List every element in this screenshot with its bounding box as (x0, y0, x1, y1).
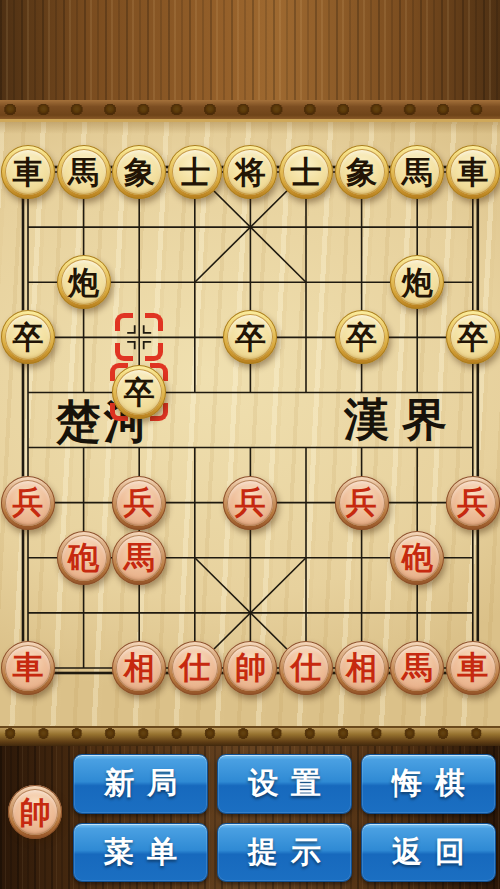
piece-red[interactable]: 相 (112, 641, 166, 695)
piece-red[interactable]: 仕 (279, 641, 333, 695)
menu-button[interactable]: 菜单 (73, 823, 208, 883)
back-button[interactable]: 返回 (361, 823, 496, 883)
piece-glyph: 砲 (390, 531, 444, 585)
piece-glyph: 兵 (446, 476, 500, 530)
piece-glyph: 砲 (57, 531, 111, 585)
piece-glyph: 相 (112, 641, 166, 695)
rivet-rail-bottom (0, 726, 500, 746)
xiangqi-game-screen: 楚河 漢界 車馬象士将士象馬車炮炮卒卒卒卒卒兵兵兵兵兵砲馬砲車相仕帥仕相馬車 帥… (0, 0, 500, 889)
piece-glyph: 帥 (223, 641, 277, 695)
piece-black[interactable]: 士 (279, 145, 333, 199)
piece-black[interactable]: 象 (112, 145, 166, 199)
piece-red[interactable]: 車 (1, 641, 55, 695)
piece-glyph: 卒 (1, 310, 55, 364)
piece-red[interactable]: 馬 (112, 531, 166, 585)
piece-black[interactable]: 車 (446, 145, 500, 199)
piece-black[interactable]: 馬 (57, 145, 111, 199)
piece-black[interactable]: 卒 (446, 310, 500, 364)
piece-glyph: 馬 (390, 641, 444, 695)
piece-glyph: 馬 (57, 145, 111, 199)
piece-black[interactable]: 将 (223, 145, 277, 199)
piece-black-selected[interactable]: 卒 (112, 365, 166, 419)
piece-red[interactable]: 砲 (57, 531, 111, 585)
piece-black[interactable]: 卒 (223, 310, 277, 364)
piece-glyph: 馬 (112, 531, 166, 585)
river-label-right: 漢界 (344, 398, 460, 443)
piece-glyph: 象 (335, 145, 389, 199)
piece-glyph: 相 (335, 641, 389, 695)
piece-glyph: 卒 (446, 310, 500, 364)
piece-black[interactable]: 馬 (390, 145, 444, 199)
piece-black[interactable]: 車 (1, 145, 55, 199)
piece-glyph: 仕 (279, 641, 333, 695)
piece-glyph: 卒 (112, 365, 166, 419)
piece-red[interactable]: 帥 (223, 641, 277, 695)
piece-red[interactable]: 馬 (390, 641, 444, 695)
piece-black[interactable]: 炮 (390, 255, 444, 309)
rivet-row-bottom (0, 728, 500, 746)
piece-red[interactable]: 兵 (335, 476, 389, 530)
piece-glyph: 士 (168, 145, 222, 199)
new-game-button[interactable]: 新局 (73, 754, 208, 814)
piece-glyph: 車 (1, 145, 55, 199)
piece-red[interactable]: 砲 (390, 531, 444, 585)
piece-red[interactable]: 兵 (1, 476, 55, 530)
piece-glyph: 士 (279, 145, 333, 199)
piece-glyph: 兵 (335, 476, 389, 530)
piece-glyph: 将 (223, 145, 277, 199)
turn-indicator-piece: 帥 (8, 785, 62, 839)
button-grid: 新局 设置 悔棋 菜单 提示 返回 (73, 754, 496, 882)
settings-button[interactable]: 设置 (217, 754, 352, 814)
piece-black[interactable]: 炮 (57, 255, 111, 309)
rivet-row-top (0, 100, 500, 119)
piece-black[interactable]: 士 (168, 145, 222, 199)
piece-glyph: 兵 (112, 476, 166, 530)
piece-glyph: 卒 (223, 310, 277, 364)
piece-glyph: 卒 (335, 310, 389, 364)
piece-red[interactable]: 車 (446, 641, 500, 695)
piece-glyph: 車 (1, 641, 55, 695)
piece-black[interactable]: 象 (335, 145, 389, 199)
piece-glyph: 炮 (57, 255, 111, 309)
piece-red[interactable]: 相 (335, 641, 389, 695)
piece-red[interactable]: 兵 (223, 476, 277, 530)
piece-red[interactable]: 兵 (446, 476, 500, 530)
top-wood-frame (0, 0, 500, 100)
piece-glyph: 炮 (390, 255, 444, 309)
piece-black[interactable]: 卒 (1, 310, 55, 364)
turn-indicator-glyph: 帥 (8, 785, 62, 839)
piece-glyph: 象 (112, 145, 166, 199)
piece-glyph: 車 (446, 641, 500, 695)
piece-red[interactable]: 兵 (112, 476, 166, 530)
piece-glyph: 車 (446, 145, 500, 199)
rivet-rail-top (0, 100, 500, 122)
piece-red[interactable]: 仕 (168, 641, 222, 695)
piece-black[interactable]: 卒 (335, 310, 389, 364)
piece-glyph: 仕 (168, 641, 222, 695)
piece-glyph: 兵 (223, 476, 277, 530)
hint-button[interactable]: 提示 (217, 823, 352, 883)
undo-move-button[interactable]: 悔棋 (361, 754, 496, 814)
piece-glyph: 馬 (390, 145, 444, 199)
piece-glyph: 兵 (1, 476, 55, 530)
